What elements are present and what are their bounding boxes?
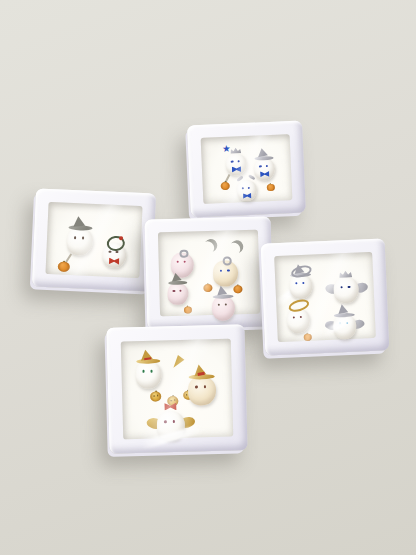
pearl-body [167,282,189,305]
crown-icon [339,270,352,278]
witch-hat-cone [215,285,226,296]
eye-dot [231,160,233,162]
pearl-body [135,361,162,389]
pearl-body [286,308,310,333]
berry-dot [119,236,123,240]
eye-dot [259,165,261,167]
pearl-body [225,153,247,176]
ghost-charm [236,174,257,205]
eye-dot [179,290,181,292]
display-box-right [261,238,390,355]
pumpkin-charm [58,260,70,273]
pearl-body [254,157,276,180]
pumpkin-body [220,181,230,189]
pearl-body [66,227,93,255]
pumpkin-charm [220,180,230,191]
photo-canvas: ★ [0,0,416,555]
box-window: ★ [201,134,293,204]
display-box-left [32,188,156,291]
eye-dot [266,165,268,167]
box-window [274,252,376,342]
eye-dot [340,286,343,289]
bail-ring-icon [223,256,232,265]
pumpkin-body [233,285,242,293]
pumpkin-charm [150,390,161,402]
pumpkin-charm [184,305,192,314]
crown-icon [230,147,241,154]
bow-icon [164,403,177,411]
pearl-body [188,376,217,406]
ghost-charm [286,301,310,336]
witch-hat-brim [212,294,233,299]
box-window [121,339,234,440]
pumpkin-charm [304,333,312,342]
ghost-charm [66,219,94,259]
eye-dot [109,250,111,252]
pumpkin-body [267,184,275,191]
witch-hat-cone [73,216,86,227]
ghost-charm [253,151,275,183]
eye-dot [227,269,230,272]
pearl-body [212,296,236,321]
ghost-charm [135,352,162,392]
eye-dot [348,285,351,288]
pumpkin-body [304,334,312,341]
pearl-body [289,274,313,299]
box-window [158,230,260,317]
ghost-charm [211,288,235,323]
bail-ring-icon [180,249,188,257]
display-box-center [145,216,274,329]
jack-o-lantern-spot [186,394,188,396]
eye-dot [219,269,222,272]
pumpkin-body [58,261,70,271]
pearl-body [333,277,359,304]
ghost-charm [187,367,216,410]
display-box-bottom [106,324,247,454]
eye-dot [237,160,239,162]
eye-dot [150,370,153,373]
pumpkin-body [150,392,161,402]
crescent-moon-icon [202,237,219,254]
eye-dot [82,237,85,240]
gold-cone-charm [170,355,184,370]
ghost-charm [289,267,313,302]
pumpkin-charm [267,183,275,192]
eye-dot [173,290,175,292]
display-box-top: ★ [187,121,306,218]
pumpkin-body [184,306,192,313]
pumpkin-charm [233,284,242,294]
star-accent-icon: ★ [222,144,231,154]
ghost-charm [102,234,128,271]
ghost-charm [333,269,360,308]
ghost-charm [167,276,189,308]
pearl-body [237,180,258,202]
box-window [45,202,142,278]
eye-dot [116,251,118,253]
